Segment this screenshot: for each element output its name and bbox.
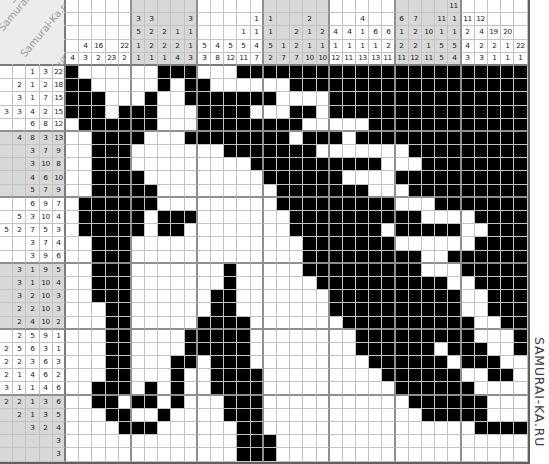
grid-cell[interactable] [356, 198, 369, 211]
grid-cell[interactable] [448, 369, 461, 382]
grid-cell[interactable] [422, 198, 435, 211]
grid-cell[interactable] [303, 92, 316, 105]
grid-cell[interactable] [79, 396, 92, 409]
grid-cell[interactable] [145, 382, 158, 395]
grid-cell[interactable] [119, 251, 132, 264]
grid-cell[interactable] [303, 198, 316, 211]
grid-cell[interactable] [448, 92, 461, 105]
grid-cell[interactable] [448, 435, 461, 448]
grid-cell[interactable] [92, 251, 105, 264]
grid-cell[interactable] [514, 224, 527, 237]
grid-cell[interactable] [119, 171, 132, 184]
grid-cell[interactable] [409, 343, 422, 356]
grid-cell[interactable] [264, 448, 277, 461]
grid-cell[interactable] [409, 422, 422, 435]
grid-cell[interactable] [422, 145, 435, 158]
grid-cell[interactable] [132, 119, 145, 132]
grid-cell[interactable] [277, 422, 290, 435]
grid-cell[interactable] [237, 132, 250, 145]
grid-cell[interactable] [158, 145, 171, 158]
grid-cell[interactable] [264, 132, 277, 145]
grid-cell[interactable] [330, 119, 343, 132]
grid-cell[interactable] [211, 448, 224, 461]
grid-cell[interactable] [475, 106, 488, 119]
grid-cell[interactable] [382, 251, 395, 264]
grid-cell[interactable] [343, 303, 356, 316]
grid-cell[interactable] [198, 251, 211, 264]
grid-cell[interactable] [475, 369, 488, 382]
grid-cell[interactable] [106, 356, 119, 369]
grid-cell[interactable] [488, 290, 501, 303]
grid-cell[interactable] [251, 224, 264, 237]
grid-cell[interactable] [488, 435, 501, 448]
grid-cell[interactable] [330, 382, 343, 395]
grid-cell[interactable] [119, 356, 132, 369]
grid-cell[interactable] [488, 303, 501, 316]
grid-cell[interactable] [369, 119, 382, 132]
grid-cell[interactable] [501, 343, 514, 356]
grid-cell[interactable] [356, 422, 369, 435]
grid-cell[interactable] [92, 343, 105, 356]
grid-cell[interactable] [317, 448, 330, 461]
grid-cell[interactable] [106, 237, 119, 250]
grid-cell[interactable] [237, 277, 250, 290]
grid-cell[interactable] [264, 66, 277, 79]
grid-cell[interactable] [409, 145, 422, 158]
grid-cell[interactable] [66, 303, 79, 316]
grid-cell[interactable] [264, 237, 277, 250]
grid-cell[interactable] [396, 382, 409, 395]
grid-cell[interactable] [317, 132, 330, 145]
grid-cell[interactable] [264, 264, 277, 277]
grid-cell[interactable] [488, 264, 501, 277]
grid-cell[interactable] [132, 132, 145, 145]
grid-cell[interactable] [185, 79, 198, 92]
grid-cell[interactable] [369, 435, 382, 448]
grid-cell[interactable] [317, 211, 330, 224]
grid-cell[interactable] [448, 158, 461, 171]
grid-cell[interactable] [462, 435, 475, 448]
grid-cell[interactable] [224, 66, 237, 79]
grid-cell[interactable] [369, 198, 382, 211]
grid-cell[interactable] [303, 369, 316, 382]
grid-cell[interactable] [211, 264, 224, 277]
grid-cell[interactable] [66, 290, 79, 303]
grid-cell[interactable] [343, 171, 356, 184]
grid-cell[interactable] [382, 277, 395, 290]
grid-cell[interactable] [264, 435, 277, 448]
grid-cell[interactable] [382, 145, 395, 158]
grid-cell[interactable] [79, 382, 92, 395]
grid-cell[interactable] [382, 303, 395, 316]
grid-cell[interactable] [132, 382, 145, 395]
grid-cell[interactable] [330, 92, 343, 105]
grid-cell[interactable] [343, 343, 356, 356]
grid-cell[interactable] [462, 132, 475, 145]
grid-cell[interactable] [290, 409, 303, 422]
grid-cell[interactable] [501, 356, 514, 369]
grid-cell[interactable] [277, 264, 290, 277]
grid-cell[interactable] [462, 343, 475, 356]
grid-cell[interactable] [501, 185, 514, 198]
grid-cell[interactable] [237, 317, 250, 330]
grid-cell[interactable] [290, 132, 303, 145]
grid-cell[interactable] [277, 66, 290, 79]
grid-cell[interactable] [171, 66, 184, 79]
grid-cell[interactable] [317, 409, 330, 422]
grid-cell[interactable] [264, 330, 277, 343]
grid-cell[interactable] [198, 224, 211, 237]
grid-cell[interactable] [369, 224, 382, 237]
grid-cell[interactable] [132, 79, 145, 92]
grid-cell[interactable] [330, 211, 343, 224]
grid-cell[interactable] [356, 79, 369, 92]
grid-cell[interactable] [106, 224, 119, 237]
grid-cell[interactable] [237, 396, 250, 409]
grid-cell[interactable] [369, 396, 382, 409]
grid-cell[interactable] [145, 303, 158, 316]
grid-cell[interactable] [290, 158, 303, 171]
grid-cell[interactable] [514, 132, 527, 145]
grid-cell[interactable] [356, 303, 369, 316]
grid-cell[interactable] [343, 435, 356, 448]
grid-cell[interactable] [264, 92, 277, 105]
grid-cell[interactable] [330, 435, 343, 448]
grid-cell[interactable] [303, 224, 316, 237]
grid-cell[interactable] [106, 79, 119, 92]
grid-cell[interactable] [330, 264, 343, 277]
grid-cell[interactable] [119, 317, 132, 330]
grid-cell[interactable] [501, 224, 514, 237]
grid-cell[interactable] [264, 171, 277, 184]
grid-cell[interactable] [475, 396, 488, 409]
grid-cell[interactable] [488, 251, 501, 264]
grid-cell[interactable] [501, 330, 514, 343]
grid-cell[interactable] [251, 158, 264, 171]
grid-cell[interactable] [198, 330, 211, 343]
grid-cell[interactable] [396, 145, 409, 158]
grid-cell[interactable] [462, 251, 475, 264]
grid-cell[interactable] [369, 422, 382, 435]
grid-cell[interactable] [66, 330, 79, 343]
grid-cell[interactable] [330, 369, 343, 382]
grid-cell[interactable] [303, 448, 316, 461]
grid-cell[interactable] [514, 251, 527, 264]
grid-cell[interactable] [488, 409, 501, 422]
grid-cell[interactable] [369, 303, 382, 316]
grid-cell[interactable] [475, 145, 488, 158]
grid-cell[interactable] [409, 79, 422, 92]
grid-cell[interactable] [501, 66, 514, 79]
grid-cell[interactable] [330, 277, 343, 290]
grid-cell[interactable] [514, 79, 527, 92]
grid-cell[interactable] [475, 198, 488, 211]
grid-cell[interactable] [396, 330, 409, 343]
grid-cell[interactable] [251, 343, 264, 356]
grid-cell[interactable] [211, 435, 224, 448]
grid-cell[interactable] [369, 356, 382, 369]
grid-cell[interactable] [382, 356, 395, 369]
grid-cell[interactable] [66, 119, 79, 132]
grid-cell[interactable] [369, 330, 382, 343]
grid-cell[interactable] [119, 79, 132, 92]
grid-cell[interactable] [343, 290, 356, 303]
grid-cell[interactable] [119, 303, 132, 316]
grid-cell[interactable] [462, 317, 475, 330]
grid-cell[interactable] [92, 422, 105, 435]
grid-cell[interactable] [237, 343, 250, 356]
grid-cell[interactable] [290, 106, 303, 119]
grid-cell[interactable] [185, 211, 198, 224]
grid-cell[interactable] [462, 211, 475, 224]
grid-cell[interactable] [198, 448, 211, 461]
grid-cell[interactable] [132, 290, 145, 303]
grid-cell[interactable] [343, 185, 356, 198]
grid-cell[interactable] [237, 264, 250, 277]
grid-cell[interactable] [488, 66, 501, 79]
grid-cell[interactable] [66, 106, 79, 119]
grid-cell[interactable] [211, 92, 224, 105]
grid-cell[interactable] [237, 92, 250, 105]
grid-cell[interactable] [514, 119, 527, 132]
grid-cell[interactable] [501, 303, 514, 316]
grid-cell[interactable] [290, 343, 303, 356]
grid-cell[interactable] [343, 422, 356, 435]
grid-cell[interactable] [211, 198, 224, 211]
grid-cell[interactable] [66, 132, 79, 145]
grid-cell[interactable] [224, 303, 237, 316]
grid-cell[interactable] [448, 237, 461, 250]
grid-cell[interactable] [422, 382, 435, 395]
grid-cell[interactable] [396, 119, 409, 132]
grid-cell[interactable] [501, 251, 514, 264]
grid-cell[interactable] [158, 343, 171, 356]
grid-cell[interactable] [224, 158, 237, 171]
grid-cell[interactable] [185, 435, 198, 448]
grid-cell[interactable] [290, 92, 303, 105]
grid-cell[interactable] [514, 409, 527, 422]
grid-cell[interactable] [356, 409, 369, 422]
grid-cell[interactable] [237, 66, 250, 79]
grid-cell[interactable] [330, 171, 343, 184]
grid-cell[interactable] [290, 290, 303, 303]
grid-cell[interactable] [514, 264, 527, 277]
grid-cell[interactable] [396, 409, 409, 422]
grid-cell[interactable] [396, 66, 409, 79]
grid-cell[interactable] [106, 303, 119, 316]
grid-cell[interactable] [343, 66, 356, 79]
grid-cell[interactable] [132, 330, 145, 343]
grid-cell[interactable] [290, 382, 303, 395]
grid-cell[interactable] [264, 119, 277, 132]
grid-cell[interactable] [185, 119, 198, 132]
grid-cell[interactable] [514, 448, 527, 461]
grid-cell[interactable] [171, 237, 184, 250]
grid-cell[interactable] [435, 185, 448, 198]
grid-cell[interactable] [198, 185, 211, 198]
grid-cell[interactable] [277, 92, 290, 105]
grid-cell[interactable] [317, 290, 330, 303]
grid-cell[interactable] [501, 422, 514, 435]
grid-cell[interactable] [119, 211, 132, 224]
grid-cell[interactable] [251, 211, 264, 224]
grid-cell[interactable] [66, 198, 79, 211]
grid-cell[interactable] [330, 237, 343, 250]
grid-cell[interactable] [290, 317, 303, 330]
grid-cell[interactable] [119, 435, 132, 448]
grid-cell[interactable] [422, 422, 435, 435]
grid-cell[interactable] [224, 79, 237, 92]
grid-cell[interactable] [448, 198, 461, 211]
grid-cell[interactable] [422, 290, 435, 303]
grid-cell[interactable] [66, 66, 79, 79]
grid-cell[interactable] [277, 185, 290, 198]
grid-cell[interactable] [132, 145, 145, 158]
grid-cell[interactable] [356, 264, 369, 277]
grid-cell[interactable] [106, 435, 119, 448]
grid-cell[interactable] [158, 290, 171, 303]
grid-cell[interactable] [435, 171, 448, 184]
grid-cell[interactable] [514, 356, 527, 369]
grid-cell[interactable] [119, 382, 132, 395]
grid-cell[interactable] [475, 251, 488, 264]
grid-cell[interactable] [448, 145, 461, 158]
grid-cell[interactable] [224, 237, 237, 250]
grid-cell[interactable] [224, 198, 237, 211]
grid-cell[interactable] [435, 211, 448, 224]
grid-cell[interactable] [475, 171, 488, 184]
grid-cell[interactable] [396, 396, 409, 409]
grid-cell[interactable] [343, 409, 356, 422]
grid-cell[interactable] [106, 396, 119, 409]
grid-cell[interactable] [409, 185, 422, 198]
grid-cell[interactable] [488, 237, 501, 250]
grid-cell[interactable] [277, 198, 290, 211]
grid-cell[interactable] [435, 317, 448, 330]
grid-cell[interactable] [488, 396, 501, 409]
grid-cell[interactable] [409, 448, 422, 461]
grid-cell[interactable] [488, 185, 501, 198]
grid-cell[interactable] [119, 330, 132, 343]
grid-cell[interactable] [145, 145, 158, 158]
grid-cell[interactable] [185, 277, 198, 290]
grid-cell[interactable] [501, 409, 514, 422]
grid-cell[interactable] [514, 330, 527, 343]
grid-cell[interactable] [462, 66, 475, 79]
grid-cell[interactable] [290, 277, 303, 290]
grid-cell[interactable] [488, 224, 501, 237]
grid-cell[interactable] [382, 317, 395, 330]
grid-cell[interactable] [237, 330, 250, 343]
grid-cell[interactable] [448, 409, 461, 422]
grid-cell[interactable] [462, 198, 475, 211]
grid-cell[interactable] [317, 66, 330, 79]
grid-cell[interactable] [422, 330, 435, 343]
grid-cell[interactable] [382, 369, 395, 382]
grid-cell[interactable] [303, 79, 316, 92]
grid-cell[interactable] [211, 132, 224, 145]
grid-cell[interactable] [171, 435, 184, 448]
grid-cell[interactable] [119, 92, 132, 105]
grid-cell[interactable] [422, 356, 435, 369]
grid-cell[interactable] [343, 330, 356, 343]
grid-cell[interactable] [211, 317, 224, 330]
grid-cell[interactable] [369, 409, 382, 422]
grid-cell[interactable] [224, 435, 237, 448]
grid-cell[interactable] [343, 264, 356, 277]
grid-cell[interactable] [501, 277, 514, 290]
grid-cell[interactable] [356, 448, 369, 461]
grid-cell[interactable] [277, 356, 290, 369]
grid-cell[interactable] [343, 277, 356, 290]
grid-cell[interactable] [277, 251, 290, 264]
grid-cell[interactable] [462, 303, 475, 316]
grid-cell[interactable] [171, 198, 184, 211]
grid-cell[interactable] [171, 369, 184, 382]
grid-cell[interactable] [185, 317, 198, 330]
grid-cell[interactable] [79, 264, 92, 277]
grid-cell[interactable] [462, 92, 475, 105]
grid-cell[interactable] [224, 330, 237, 343]
grid-cell[interactable] [382, 171, 395, 184]
grid-cell[interactable] [317, 396, 330, 409]
grid-cell[interactable] [303, 145, 316, 158]
grid-cell[interactable] [158, 211, 171, 224]
grid-cell[interactable] [422, 66, 435, 79]
grid-cell[interactable] [185, 396, 198, 409]
grid-cell[interactable] [435, 264, 448, 277]
grid-cell[interactable] [382, 422, 395, 435]
grid-cell[interactable] [224, 343, 237, 356]
grid-cell[interactable] [382, 343, 395, 356]
grid-cell[interactable] [356, 356, 369, 369]
grid-cell[interactable] [145, 356, 158, 369]
grid-cell[interactable] [382, 264, 395, 277]
grid-cell[interactable] [369, 369, 382, 382]
grid-cell[interactable] [356, 185, 369, 198]
grid-cell[interactable] [356, 132, 369, 145]
grid-cell[interactable] [369, 145, 382, 158]
grid-cell[interactable] [66, 251, 79, 264]
grid-cell[interactable] [66, 92, 79, 105]
grid-cell[interactable] [462, 79, 475, 92]
grid-cell[interactable] [448, 106, 461, 119]
grid-cell[interactable] [422, 435, 435, 448]
grid-cell[interactable] [396, 79, 409, 92]
grid-cell[interactable] [158, 66, 171, 79]
grid-cell[interactable] [356, 145, 369, 158]
grid-cell[interactable] [422, 92, 435, 105]
grid-cell[interactable] [382, 158, 395, 171]
grid-cell[interactable] [158, 106, 171, 119]
grid-cell[interactable] [145, 435, 158, 448]
grid-cell[interactable] [224, 132, 237, 145]
grid-cell[interactable] [475, 66, 488, 79]
grid-cell[interactable] [237, 145, 250, 158]
grid-cell[interactable] [290, 251, 303, 264]
grid-cell[interactable] [171, 303, 184, 316]
grid-cell[interactable] [356, 92, 369, 105]
grid-cell[interactable] [106, 290, 119, 303]
grid-cell[interactable] [185, 92, 198, 105]
grid-cell[interactable] [409, 264, 422, 277]
grid-cell[interactable] [462, 448, 475, 461]
grid-cell[interactable] [264, 396, 277, 409]
grid-cell[interactable] [475, 185, 488, 198]
grid-cell[interactable] [264, 382, 277, 395]
grid-cell[interactable] [290, 396, 303, 409]
grid-cell[interactable] [396, 290, 409, 303]
